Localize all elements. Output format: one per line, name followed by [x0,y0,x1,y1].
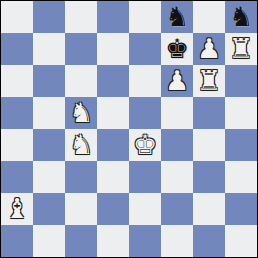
square-d4[interactable] [97,129,129,161]
black-king[interactable]: ♚ [165,33,189,65]
square-c2[interactable] [65,193,97,225]
square-f7[interactable]: ♚ [161,33,193,65]
square-g7[interactable]: ♟ [193,33,225,65]
square-h8[interactable]: ♞ [225,1,257,33]
square-b2[interactable] [33,193,65,225]
square-g2[interactable] [193,193,225,225]
square-d2[interactable] [97,193,129,225]
white-pawn[interactable]: ♟ [197,33,221,65]
square-e2[interactable] [129,193,161,225]
square-h1[interactable] [225,225,257,257]
square-f6[interactable]: ♟ [161,65,193,97]
square-b3[interactable] [33,161,65,193]
square-f5[interactable] [161,97,193,129]
square-a2[interactable]: ♝ [1,193,33,225]
square-f8[interactable]: ♞ [161,1,193,33]
square-f3[interactable] [161,161,193,193]
square-d6[interactable] [97,65,129,97]
square-e7[interactable] [129,33,161,65]
square-g6[interactable]: ♜ [193,65,225,97]
square-h4[interactable] [225,129,257,161]
square-h6[interactable] [225,65,257,97]
square-a5[interactable] [1,97,33,129]
square-a3[interactable] [1,161,33,193]
square-e6[interactable] [129,65,161,97]
square-c5[interactable]: ♞ [65,97,97,129]
square-d5[interactable] [97,97,129,129]
square-d1[interactable] [97,225,129,257]
square-b8[interactable] [33,1,65,33]
square-c4[interactable]: ♞ [65,129,97,161]
square-a6[interactable] [1,65,33,97]
square-e8[interactable] [129,1,161,33]
square-g5[interactable] [193,97,225,129]
square-e1[interactable] [129,225,161,257]
square-f1[interactable] [161,225,193,257]
square-b1[interactable] [33,225,65,257]
square-b6[interactable] [33,65,65,97]
square-c3[interactable] [65,161,97,193]
square-h2[interactable] [225,193,257,225]
white-rook[interactable]: ♜ [229,33,253,65]
square-a4[interactable] [1,129,33,161]
white-knight[interactable]: ♞ [69,97,93,129]
square-a7[interactable] [1,33,33,65]
square-f2[interactable] [161,193,193,225]
white-knight[interactable]: ♞ [69,129,93,161]
square-c7[interactable] [65,33,97,65]
square-h5[interactable] [225,97,257,129]
white-bishop[interactable]: ♝ [5,193,29,225]
square-e4[interactable]: ♚ [129,129,161,161]
square-e3[interactable] [129,161,161,193]
black-knight[interactable]: ♞ [165,1,189,33]
square-d3[interactable] [97,161,129,193]
square-h7[interactable]: ♜ [225,33,257,65]
square-d8[interactable] [97,1,129,33]
square-f4[interactable] [161,129,193,161]
square-c1[interactable] [65,225,97,257]
square-b7[interactable] [33,33,65,65]
square-c6[interactable] [65,65,97,97]
white-king[interactable]: ♚ [133,129,157,161]
square-g8[interactable] [193,1,225,33]
white-rook[interactable]: ♜ [197,65,221,97]
chess-board: ♞♞♚♟♜♟♜♞♞♚♝ [1,1,257,257]
square-a8[interactable] [1,1,33,33]
square-b5[interactable] [33,97,65,129]
square-c8[interactable] [65,1,97,33]
square-g4[interactable] [193,129,225,161]
square-h3[interactable] [225,161,257,193]
square-a1[interactable] [1,225,33,257]
square-g3[interactable] [193,161,225,193]
square-b4[interactable] [33,129,65,161]
white-pawn[interactable]: ♟ [165,65,189,97]
chess-board-frame: ♞♞♚♟♜♟♜♞♞♚♝ [0,0,258,258]
square-d7[interactable] [97,33,129,65]
square-e5[interactable] [129,97,161,129]
black-knight[interactable]: ♞ [229,1,253,33]
square-g1[interactable] [193,225,225,257]
